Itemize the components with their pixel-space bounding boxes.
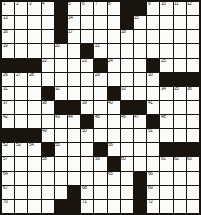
clue-number: 65: [108, 172, 113, 177]
clue-number: 60: [121, 157, 126, 162]
black-square: [68, 186, 80, 199]
white-square[interactable]: 31: [2, 87, 14, 100]
black-square: [28, 129, 40, 142]
clue-number: 40: [108, 101, 113, 106]
white-square[interactable]: 29: [94, 73, 106, 86]
black-square: [134, 2, 146, 15]
black-square: [55, 16, 67, 29]
white-square[interactable]: 58: [42, 157, 54, 170]
black-square: [28, 59, 40, 72]
white-square[interactable]: 60: [121, 157, 133, 170]
clue-number: 55: [55, 143, 60, 148]
clue-number: 20: [55, 44, 60, 49]
white-square[interactable]: [108, 200, 120, 213]
white-square[interactable]: [81, 16, 93, 29]
clue-number: 34: [161, 87, 166, 92]
white-square[interactable]: [174, 186, 186, 199]
white-square[interactable]: [108, 129, 120, 142]
white-square[interactable]: 61: [160, 157, 172, 170]
black-square: [42, 143, 54, 156]
clue-number: 4: [42, 2, 44, 7]
black-square: [160, 73, 172, 86]
white-square[interactable]: 71: [81, 200, 93, 213]
black-square: [174, 143, 186, 156]
black-square: [121, 101, 133, 114]
white-square[interactable]: [15, 101, 27, 114]
white-square[interactable]: 52: [2, 143, 14, 156]
clue-number: 45: [95, 115, 100, 120]
clue-number: 51: [148, 129, 153, 134]
white-square[interactable]: 47: [134, 115, 146, 128]
white-square[interactable]: [134, 44, 146, 57]
white-square[interactable]: [121, 172, 133, 185]
clue-number: 50: [82, 129, 87, 134]
white-square[interactable]: [28, 157, 40, 170]
clue-number: 72: [148, 200, 153, 205]
clue-number: 63: [187, 157, 192, 162]
white-square[interactable]: [147, 87, 159, 100]
black-square: [160, 143, 172, 156]
black-square: [108, 157, 120, 170]
white-square[interactable]: 16: [2, 30, 14, 43]
white-square[interactable]: [187, 101, 199, 114]
clue-number: 46: [121, 115, 126, 120]
black-square: [55, 30, 67, 43]
white-square[interactable]: [121, 143, 133, 156]
white-square[interactable]: [174, 59, 186, 72]
white-square[interactable]: [121, 186, 133, 199]
black-square: [15, 59, 27, 72]
black-square: [55, 200, 67, 213]
white-square[interactable]: [187, 129, 199, 142]
white-square[interactable]: 69: [147, 186, 159, 199]
black-square: [187, 73, 199, 86]
white-square[interactable]: 14: [68, 16, 80, 29]
clue-number: 59: [95, 157, 100, 162]
white-square[interactable]: [121, 44, 133, 57]
white-square[interactable]: [134, 73, 146, 86]
white-square[interactable]: [15, 44, 27, 57]
white-square[interactable]: [94, 172, 106, 185]
white-square[interactable]: [134, 129, 146, 142]
white-square[interactable]: [187, 30, 199, 43]
clue-number: 30: [148, 73, 153, 78]
white-square[interactable]: 30: [147, 73, 159, 86]
white-square[interactable]: [174, 16, 186, 29]
white-square[interactable]: [121, 73, 133, 86]
white-square[interactable]: [108, 73, 120, 86]
white-square[interactable]: 10: [160, 2, 172, 15]
white-square[interactable]: 13: [2, 16, 14, 29]
black-square: [2, 59, 14, 72]
white-square[interactable]: 66: [147, 172, 159, 185]
white-square[interactable]: [174, 200, 186, 213]
white-square[interactable]: 39: [81, 101, 93, 114]
white-square[interactable]: [55, 73, 67, 86]
white-square[interactable]: [134, 30, 146, 43]
white-square[interactable]: [147, 157, 159, 170]
white-square[interactable]: [42, 16, 54, 29]
white-square[interactable]: 19: [2, 44, 14, 57]
clue-number: 23: [82, 59, 87, 64]
clue-number: 52: [3, 143, 8, 148]
black-square: [81, 115, 93, 128]
white-square[interactable]: [81, 157, 93, 170]
white-square[interactable]: [121, 59, 133, 72]
clue-number: 26: [3, 73, 8, 78]
clue-number: 42: [3, 115, 8, 120]
white-square[interactable]: [42, 44, 54, 57]
white-square[interactable]: [81, 143, 93, 156]
white-square[interactable]: 34: [160, 87, 172, 100]
black-square: [94, 59, 106, 72]
white-square[interactable]: [94, 87, 106, 100]
black-square: [147, 115, 159, 128]
white-square[interactable]: [42, 172, 54, 185]
clue-number: 6: [82, 2, 84, 7]
white-square[interactable]: 40: [108, 101, 120, 114]
clue-number: 32: [55, 87, 60, 92]
white-square[interactable]: 65: [108, 172, 120, 185]
white-square[interactable]: [68, 44, 80, 57]
white-square[interactable]: [174, 30, 186, 43]
white-square[interactable]: [174, 44, 186, 57]
white-square[interactable]: [28, 87, 40, 100]
white-square[interactable]: 20: [55, 44, 67, 57]
clue-number: 33: [121, 87, 126, 92]
white-square[interactable]: [15, 200, 27, 213]
clue-number: 21: [95, 44, 100, 49]
white-square[interactable]: [160, 30, 172, 43]
white-square[interactable]: [108, 115, 120, 128]
black-square: [42, 87, 54, 100]
white-square[interactable]: [68, 87, 80, 100]
white-square[interactable]: [108, 16, 120, 29]
clue-number: 17: [68, 30, 73, 35]
white-square[interactable]: 25: [160, 59, 172, 72]
white-square[interactable]: 46: [121, 115, 133, 128]
clue-number: 14: [68, 16, 73, 21]
white-square[interactable]: 24: [108, 59, 120, 72]
black-square: [121, 16, 133, 29]
white-square[interactable]: [94, 30, 106, 43]
white-square[interactable]: [28, 115, 40, 128]
white-square[interactable]: [134, 87, 146, 100]
clue-number: 13: [3, 16, 8, 21]
clue-number: 39: [82, 101, 87, 106]
white-square[interactable]: 38: [42, 101, 54, 114]
white-square[interactable]: [174, 172, 186, 185]
white-square[interactable]: [147, 143, 159, 156]
white-square[interactable]: [187, 200, 199, 213]
clue-number: 57: [3, 157, 8, 162]
white-square[interactable]: [147, 44, 159, 57]
white-square[interactable]: [187, 59, 199, 72]
clue-number: 11: [174, 2, 178, 7]
white-square[interactable]: 53: [15, 143, 27, 156]
clue-number: 7: [95, 2, 97, 7]
white-square[interactable]: [55, 59, 67, 72]
clue-number: 28: [29, 73, 34, 78]
white-square[interactable]: 70: [2, 200, 14, 213]
white-square[interactable]: 28: [28, 73, 40, 86]
white-square[interactable]: [187, 115, 199, 128]
clue-number: 19: [3, 44, 8, 49]
white-square[interactable]: 22: [42, 59, 54, 72]
white-square[interactable]: [15, 87, 27, 100]
white-square[interactable]: 51: [147, 129, 159, 142]
black-square: [134, 186, 146, 199]
white-square[interactable]: 2: [15, 2, 27, 15]
white-square[interactable]: [28, 44, 40, 57]
clue-number: 48: [161, 115, 166, 120]
white-square[interactable]: [108, 186, 120, 199]
white-square[interactable]: [160, 101, 172, 114]
white-square[interactable]: 35: [174, 87, 186, 100]
clue-number: 12: [187, 2, 192, 7]
black-square: [68, 200, 80, 213]
white-square[interactable]: [81, 30, 93, 43]
black-square: [174, 73, 186, 86]
white-square[interactable]: [15, 157, 27, 170]
white-square[interactable]: 56: [108, 143, 120, 156]
white-square[interactable]: [160, 129, 172, 142]
white-square[interactable]: 4: [42, 2, 54, 15]
white-square[interactable]: [160, 16, 172, 29]
white-square[interactable]: 42: [2, 115, 14, 128]
white-square[interactable]: [174, 129, 186, 142]
white-square[interactable]: [94, 16, 106, 29]
white-square[interactable]: 18: [121, 30, 133, 43]
white-square[interactable]: 59: [94, 157, 106, 170]
white-square[interactable]: [28, 30, 40, 43]
clue-number: 24: [108, 59, 113, 64]
clue-number: 38: [42, 101, 47, 106]
black-square: [2, 129, 14, 142]
clue-number: 43: [55, 115, 60, 120]
clue-number: 64: [3, 172, 8, 177]
white-square[interactable]: [28, 16, 40, 29]
white-square[interactable]: 44: [68, 115, 80, 128]
white-square[interactable]: [174, 115, 186, 128]
white-square[interactable]: [134, 157, 146, 170]
clue-number: 3: [29, 2, 31, 7]
white-square[interactable]: [68, 73, 80, 86]
white-square[interactable]: 33: [121, 87, 133, 100]
clue-number: 8: [108, 2, 110, 7]
white-square[interactable]: [42, 200, 54, 213]
clue-number: 22: [42, 59, 47, 64]
white-square[interactable]: [160, 44, 172, 57]
white-square[interactable]: [15, 16, 27, 29]
white-square[interactable]: [147, 30, 159, 43]
clue-number: 69: [148, 186, 153, 191]
crossword-grid: 1234567891011121314151617181920212223242…: [0, 0, 201, 215]
white-square[interactable]: [15, 186, 27, 199]
clue-number: 41: [148, 101, 153, 106]
white-square[interactable]: [28, 101, 40, 114]
white-square[interactable]: [160, 200, 172, 213]
white-square[interactable]: [81, 73, 93, 86]
clue-number: 54: [29, 143, 34, 148]
white-square[interactable]: [94, 101, 106, 114]
white-square[interactable]: [68, 129, 80, 142]
clue-number: 37: [3, 101, 8, 106]
white-square[interactable]: 43: [55, 115, 67, 128]
white-square[interactable]: 21: [94, 44, 106, 57]
black-square: [121, 2, 133, 15]
white-square[interactable]: [108, 30, 120, 43]
white-square[interactable]: 72: [147, 200, 159, 213]
white-square[interactable]: [94, 200, 106, 213]
white-square[interactable]: [81, 87, 93, 100]
white-square[interactable]: 50: [81, 129, 93, 142]
white-square[interactable]: 36: [187, 87, 199, 100]
white-square[interactable]: [28, 200, 40, 213]
white-square[interactable]: 12: [187, 2, 199, 15]
clue-number: 35: [174, 87, 179, 92]
clue-number: 25: [161, 59, 166, 64]
clue-number: 36: [187, 87, 192, 92]
white-square[interactable]: 67: [2, 186, 14, 199]
white-square[interactable]: [42, 186, 54, 199]
white-square[interactable]: [147, 16, 159, 29]
white-square[interactable]: 17: [68, 30, 80, 43]
white-square[interactable]: [15, 172, 27, 185]
white-square[interactable]: [68, 59, 80, 72]
white-square[interactable]: 54: [28, 143, 40, 156]
black-square: [147, 59, 159, 72]
clue-number: 71: [82, 200, 87, 205]
white-square[interactable]: [187, 16, 199, 29]
clue-number: 31: [3, 87, 8, 92]
black-square: [68, 101, 80, 114]
clue-number: 9: [148, 2, 150, 7]
white-square[interactable]: 68: [81, 186, 93, 199]
white-square[interactable]: [68, 172, 80, 185]
clue-number: 18: [121, 30, 126, 35]
white-square[interactable]: 1: [2, 2, 14, 15]
white-square[interactable]: [55, 157, 67, 170]
clue-number: 70: [3, 200, 8, 205]
white-square[interactable]: [55, 186, 67, 199]
white-square[interactable]: [15, 115, 27, 128]
white-square[interactable]: 55: [55, 143, 67, 156]
white-square[interactable]: [134, 59, 146, 72]
black-square: [94, 143, 106, 156]
white-square[interactable]: [187, 172, 199, 185]
clue-number: 58: [42, 157, 47, 162]
white-square[interactable]: [187, 44, 199, 57]
clue-number: 68: [82, 186, 87, 191]
white-square[interactable]: [94, 186, 106, 199]
white-square[interactable]: 7: [94, 2, 106, 15]
black-square: [134, 101, 146, 114]
white-square[interactable]: 62: [174, 157, 186, 170]
white-square[interactable]: [28, 172, 40, 185]
white-square[interactable]: 9: [147, 2, 159, 15]
clue-number: 47: [134, 115, 139, 120]
white-square[interactable]: [55, 129, 67, 142]
white-square[interactable]: 26: [2, 73, 14, 86]
white-square[interactable]: 48: [160, 115, 172, 128]
clue-number: 49: [42, 129, 47, 134]
white-square[interactable]: 37: [2, 101, 14, 114]
black-square: [81, 44, 93, 57]
clue-number: 5: [68, 2, 70, 7]
white-square[interactable]: 15: [134, 16, 146, 29]
white-square[interactable]: [42, 73, 54, 86]
black-square: [187, 143, 199, 156]
clue-number: 27: [16, 73, 21, 78]
black-square: [55, 101, 67, 114]
white-square[interactable]: 32: [55, 87, 67, 100]
white-square[interactable]: 57: [2, 157, 14, 170]
clue-number: 66: [148, 172, 153, 177]
white-square[interactable]: [121, 129, 133, 142]
clue-number: 29: [95, 73, 100, 78]
white-square[interactable]: 6: [81, 2, 93, 15]
white-square[interactable]: [42, 115, 54, 128]
white-square[interactable]: 64: [2, 172, 14, 185]
white-square[interactable]: [160, 186, 172, 199]
white-square[interactable]: 49: [42, 129, 54, 142]
black-square: [108, 87, 120, 100]
clue-number: 56: [108, 143, 113, 148]
white-square[interactable]: 11: [174, 2, 186, 15]
clue-number: 15: [134, 16, 139, 21]
white-square[interactable]: 8: [108, 2, 120, 15]
clue-number: 67: [3, 186, 8, 191]
white-square[interactable]: [15, 30, 27, 43]
clue-number: 2: [16, 2, 18, 7]
clue-number: 44: [68, 115, 73, 120]
white-square[interactable]: [121, 200, 133, 213]
white-square[interactable]: 3: [28, 2, 40, 15]
black-square: [15, 129, 27, 142]
white-square[interactable]: [174, 101, 186, 114]
white-square[interactable]: 23: [81, 59, 93, 72]
white-square[interactable]: 45: [94, 115, 106, 128]
white-square[interactable]: [55, 172, 67, 185]
white-square[interactable]: 5: [68, 2, 80, 15]
black-square: [134, 172, 146, 185]
white-square[interactable]: [187, 186, 199, 199]
white-square[interactable]: [108, 44, 120, 57]
clue-number: 10: [161, 2, 166, 7]
white-square[interactable]: [28, 186, 40, 199]
white-square[interactable]: [81, 172, 93, 185]
white-square[interactable]: [94, 129, 106, 142]
white-square[interactable]: [68, 157, 80, 170]
clue-number: 62: [174, 157, 179, 162]
white-square[interactable]: 63: [187, 157, 199, 170]
white-square[interactable]: [160, 172, 172, 185]
white-square[interactable]: [68, 143, 80, 156]
white-square[interactable]: 27: [15, 73, 27, 86]
clue-number: 53: [16, 143, 21, 148]
white-square[interactable]: [134, 143, 146, 156]
clue-number: 16: [3, 30, 8, 35]
clue-number: 61: [161, 157, 166, 162]
clue-number: 1: [3, 2, 5, 7]
white-square[interactable]: [42, 30, 54, 43]
white-square[interactable]: 41: [147, 101, 159, 114]
black-square: [55, 2, 67, 15]
black-square: [134, 200, 146, 213]
